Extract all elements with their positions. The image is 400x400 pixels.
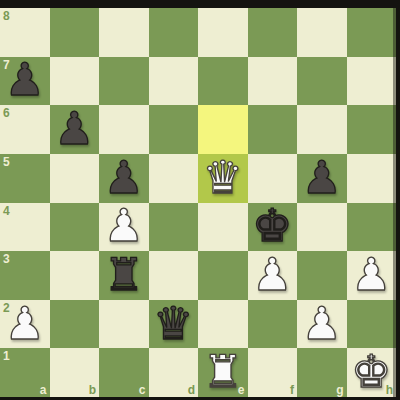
square-g5[interactable]: ♟ (297, 154, 347, 203)
black-pawn[interactable]: ♟ (104, 155, 144, 200)
square-b4[interactable] (50, 203, 100, 252)
white-king[interactable]: ♚ (351, 349, 391, 394)
file-label-d: d (188, 383, 195, 397)
black-king[interactable]: ♚ (252, 203, 292, 248)
rank-label-3: 3 (3, 252, 10, 266)
square-f2[interactable] (248, 300, 298, 349)
rank-label-1: 1 (3, 349, 10, 363)
square-g2[interactable]: ♟ (297, 300, 347, 349)
square-b7[interactable] (50, 57, 100, 106)
square-d4[interactable] (149, 203, 199, 252)
square-d6[interactable] (149, 105, 199, 154)
square-a2[interactable]: 2♟ (0, 300, 50, 349)
square-c8[interactable] (99, 8, 149, 57)
square-f1[interactable]: f (248, 348, 298, 397)
square-f7[interactable] (248, 57, 298, 106)
square-e5[interactable]: ♛ (198, 154, 248, 203)
square-c6[interactable] (99, 105, 149, 154)
square-b1[interactable]: b (50, 348, 100, 397)
black-pawn[interactable]: ♟ (302, 155, 342, 200)
square-h6[interactable] (347, 105, 397, 154)
square-d2[interactable]: ♛ (149, 300, 199, 349)
rank-label-6: 6 (3, 106, 10, 120)
square-a1[interactable]: 1a (0, 348, 50, 397)
square-b5[interactable] (50, 154, 100, 203)
square-c7[interactable] (99, 57, 149, 106)
square-h1[interactable]: h♚ (347, 348, 397, 397)
chess-board-container: 87♟6♟5♟♛♟4♟♚3♜♟♟2♟♛♟1abcde♜fgh♚ (0, 8, 396, 397)
square-f4[interactable]: ♚ (248, 203, 298, 252)
square-e2[interactable] (198, 300, 248, 349)
square-g6[interactable] (297, 105, 347, 154)
square-e4[interactable] (198, 203, 248, 252)
square-a5[interactable]: 5 (0, 154, 50, 203)
square-b8[interactable] (50, 8, 100, 57)
square-c4[interactable]: ♟ (99, 203, 149, 252)
square-h5[interactable] (347, 154, 397, 203)
white-rook[interactable]: ♜ (203, 349, 243, 394)
square-g7[interactable] (297, 57, 347, 106)
square-e3[interactable] (198, 251, 248, 300)
square-g1[interactable]: g (297, 348, 347, 397)
square-a6[interactable]: 6 (0, 105, 50, 154)
rank-label-8: 8 (3, 9, 10, 23)
square-f6[interactable] (248, 105, 298, 154)
white-pawn[interactable]: ♟ (302, 301, 342, 346)
square-g3[interactable] (297, 251, 347, 300)
white-pawn[interactable]: ♟ (104, 203, 144, 248)
square-d5[interactable] (149, 154, 199, 203)
black-rook[interactable]: ♜ (104, 252, 144, 297)
square-e8[interactable] (198, 8, 248, 57)
square-d3[interactable] (149, 251, 199, 300)
square-h7[interactable] (347, 57, 397, 106)
square-c1[interactable]: c (99, 348, 149, 397)
file-label-a: a (40, 383, 47, 397)
square-h8[interactable] (347, 8, 397, 57)
white-pawn[interactable]: ♟ (252, 252, 292, 297)
square-b6[interactable]: ♟ (50, 105, 100, 154)
square-f5[interactable] (248, 154, 298, 203)
square-h2[interactable] (347, 300, 397, 349)
white-pawn[interactable]: ♟ (351, 252, 391, 297)
file-label-c: c (139, 383, 146, 397)
file-label-b: b (89, 383, 96, 397)
file-label-g: g (336, 383, 343, 397)
square-h3[interactable]: ♟ (347, 251, 397, 300)
square-b3[interactable] (50, 251, 100, 300)
square-f8[interactable] (248, 8, 298, 57)
square-d7[interactable] (149, 57, 199, 106)
square-a7[interactable]: 7♟ (0, 57, 50, 106)
black-pawn[interactable]: ♟ (5, 57, 45, 102)
white-pawn[interactable]: ♟ (5, 301, 45, 346)
square-a4[interactable]: 4 (0, 203, 50, 252)
square-c5[interactable]: ♟ (99, 154, 149, 203)
square-b2[interactable] (50, 300, 100, 349)
square-d8[interactable] (149, 8, 199, 57)
square-g8[interactable] (297, 8, 347, 57)
square-e1[interactable]: e♜ (198, 348, 248, 397)
rank-label-5: 5 (3, 155, 10, 169)
square-g4[interactable] (297, 203, 347, 252)
rank-label-4: 4 (3, 204, 10, 218)
square-c3[interactable]: ♜ (99, 251, 149, 300)
file-label-f: f (290, 383, 294, 397)
square-c2[interactable] (99, 300, 149, 349)
square-e6[interactable] (198, 105, 248, 154)
square-d1[interactable]: d (149, 348, 199, 397)
square-e7[interactable] (198, 57, 248, 106)
square-f3[interactable]: ♟ (248, 251, 298, 300)
square-a8[interactable]: 8 (0, 8, 50, 57)
square-a3[interactable]: 3 (0, 251, 50, 300)
black-pawn[interactable]: ♟ (54, 106, 94, 151)
chess-board: 87♟6♟5♟♛♟4♟♚3♜♟♟2♟♛♟1abcde♜fgh♚ (0, 8, 396, 397)
square-h4[interactable] (347, 203, 397, 252)
black-queen[interactable]: ♛ (153, 301, 193, 346)
white-queen[interactable]: ♛ (203, 155, 243, 200)
